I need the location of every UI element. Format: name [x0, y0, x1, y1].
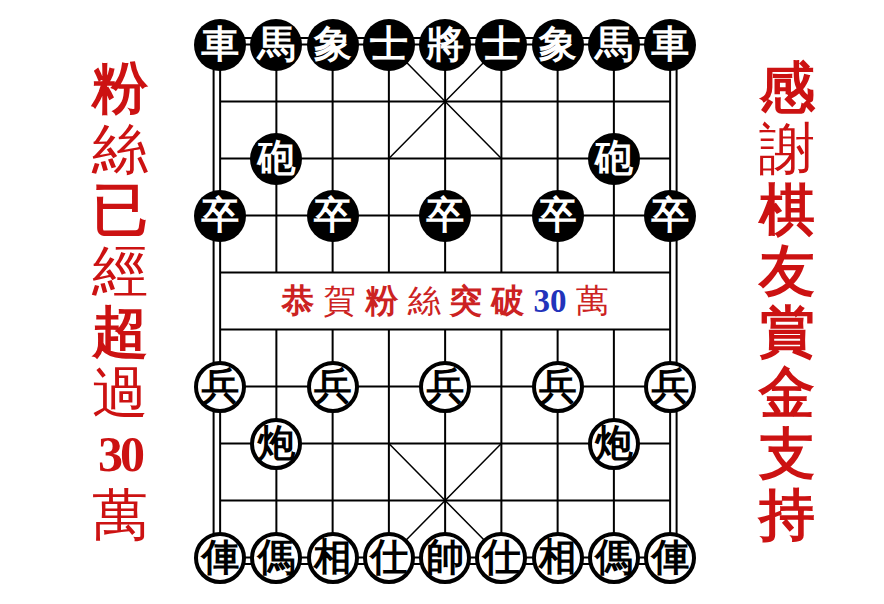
piece-grid: 車馬象士將士象馬車砲砲卒卒卒卒卒兵兵兵兵兵炮炮俥傌相仕帥仕相傌俥 — [192, 16, 699, 586]
banner-char: 支 — [759, 424, 815, 485]
piece-red-兵[interactable]: 兵 — [644, 361, 696, 413]
piece-black-車[interactable]: 車 — [194, 19, 246, 71]
piece-red-兵[interactable]: 兵 — [194, 361, 246, 413]
piece-red-炮[interactable]: 炮 — [588, 418, 640, 470]
piece-red-相[interactable]: 相 — [532, 532, 584, 584]
piece-red-相[interactable]: 相 — [307, 532, 359, 584]
left-banner-text: 粉絲已經超過30萬 — [55, 58, 185, 546]
piece-red-仕[interactable]: 仕 — [363, 532, 415, 584]
piece-black-卒[interactable]: 卒 — [644, 190, 696, 242]
piece-black-卒[interactable]: 卒 — [532, 190, 584, 242]
piece-red-兵[interactable]: 兵 — [307, 361, 359, 413]
piece-black-卒[interactable]: 卒 — [307, 190, 359, 242]
piece-black-象[interactable]: 象 — [307, 19, 359, 71]
xiangqi-board: 恭賀粉絲突破30萬 車馬象士將士象馬車砲砲卒卒卒卒卒兵兵兵兵兵炮炮俥傌相仕帥仕相… — [192, 16, 699, 586]
piece-black-車[interactable]: 車 — [644, 19, 696, 71]
piece-black-卒[interactable]: 卒 — [419, 190, 471, 242]
banner-char: 30 — [98, 424, 142, 485]
piece-red-炮[interactable]: 炮 — [250, 418, 302, 470]
piece-black-砲[interactable]: 砲 — [588, 133, 640, 185]
piece-red-兵[interactable]: 兵 — [532, 361, 584, 413]
banner-char: 棋 — [759, 180, 815, 241]
piece-black-馬[interactable]: 馬 — [250, 19, 302, 71]
piece-black-象[interactable]: 象 — [532, 19, 584, 71]
piece-black-砲[interactable]: 砲 — [250, 133, 302, 185]
banner-char: 金 — [759, 363, 815, 424]
banner-char: 粉 — [92, 58, 148, 119]
piece-black-卒[interactable]: 卒 — [194, 190, 246, 242]
piece-red-俥[interactable]: 俥 — [644, 532, 696, 584]
piece-red-帥[interactable]: 帥 — [419, 532, 471, 584]
piece-red-傌[interactable]: 傌 — [250, 532, 302, 584]
banner-char: 感 — [759, 58, 815, 119]
banner-char: 賞 — [759, 302, 815, 363]
banner-char: 萬 — [92, 485, 148, 546]
banner-char: 絲 — [92, 119, 148, 180]
piece-red-傌[interactable]: 傌 — [588, 532, 640, 584]
banner-char: 超 — [92, 302, 148, 363]
banner-char: 過 — [92, 363, 148, 424]
banner-char: 持 — [759, 485, 815, 546]
banner-char: 已 — [92, 180, 148, 241]
piece-black-馬[interactable]: 馬 — [588, 19, 640, 71]
banner-char: 友 — [759, 241, 815, 302]
piece-black-士[interactable]: 士 — [363, 19, 415, 71]
piece-black-士[interactable]: 士 — [475, 19, 527, 71]
banner-char: 謝 — [759, 119, 815, 180]
right-banner-text: 感謝棋友賞金支持 — [722, 58, 852, 546]
piece-red-俥[interactable]: 俥 — [194, 532, 246, 584]
piece-red-兵[interactable]: 兵 — [419, 361, 471, 413]
piece-red-仕[interactable]: 仕 — [475, 532, 527, 584]
banner-char: 經 — [92, 241, 148, 302]
piece-black-將[interactable]: 將 — [419, 19, 471, 71]
